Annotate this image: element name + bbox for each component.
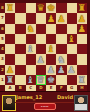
square-c8[interactable] bbox=[26, 3, 36, 13]
square-h6[interactable]: ♟ bbox=[77, 24, 87, 34]
chess-board: 8♜♛♚♜7♟♟♟6♞♟5♝4♝♝3♟♞2♟♟♟♟1♜♝♛♚♜ABCDEFGH bbox=[0, 3, 87, 91]
square-f2[interactable]: ♟ bbox=[56, 65, 66, 75]
square-b6[interactable] bbox=[15, 24, 25, 34]
square-c3[interactable] bbox=[26, 54, 36, 64]
piece-black-king-e8: ♚ bbox=[46, 3, 56, 13]
square-a2[interactable]: ♟ bbox=[5, 65, 15, 75]
piece-black-knight-c6: ♞ bbox=[26, 24, 36, 34]
square-c1[interactable]: ♝ bbox=[26, 75, 36, 85]
piece-white-pawn-f2: ♟ bbox=[56, 65, 66, 75]
square-g7[interactable] bbox=[67, 13, 77, 23]
square-f4[interactable] bbox=[56, 44, 66, 54]
square-g5[interactable]: ♝ bbox=[67, 34, 77, 44]
square-b7[interactable] bbox=[15, 13, 25, 23]
square-h5[interactable] bbox=[77, 34, 87, 44]
square-a3[interactable] bbox=[5, 54, 15, 64]
player-right-name: David bbox=[57, 95, 73, 100]
piece-black-pawn-e7: ♟ bbox=[46, 13, 56, 23]
square-h7[interactable]: ♟ bbox=[77, 13, 87, 23]
square-d5[interactable] bbox=[36, 34, 46, 44]
square-h3[interactable] bbox=[77, 54, 87, 64]
piece-white-bishop-c4: ♝ bbox=[26, 44, 36, 54]
square-e4[interactable]: ♝ bbox=[46, 44, 56, 54]
square-f7[interactable]: ♟ bbox=[56, 13, 66, 23]
status-bar: James_12 David ••••• bbox=[0, 91, 90, 112]
piece-white-pawn-g2: ♟ bbox=[67, 65, 77, 75]
piece-black-bishop-e4: ♝ bbox=[46, 44, 56, 54]
square-d6[interactable] bbox=[36, 24, 46, 34]
square-g6[interactable] bbox=[67, 24, 77, 34]
square-b5[interactable] bbox=[15, 34, 25, 44]
player-left-name: James_12 bbox=[16, 95, 42, 100]
square-h2[interactable] bbox=[77, 65, 87, 75]
action-button[interactable]: ••••• bbox=[34, 103, 56, 110]
piece-black-pawn-f7: ♟ bbox=[56, 13, 66, 23]
square-h8[interactable]: ♜ bbox=[77, 3, 87, 13]
piece-black-pawn-a2: ♟ bbox=[5, 65, 15, 75]
square-f3[interactable]: ♞ bbox=[56, 54, 66, 64]
square-e1[interactable]: ♚ bbox=[46, 75, 56, 85]
square-a5[interactable] bbox=[5, 34, 15, 44]
square-c2[interactable] bbox=[26, 65, 36, 75]
piece-black-queen-d8: ♛ bbox=[36, 3, 46, 13]
square-a4[interactable] bbox=[5, 44, 15, 54]
piece-black-rook-h8: ♜ bbox=[77, 3, 87, 13]
square-d8[interactable]: ♛ bbox=[36, 3, 46, 13]
square-e5[interactable] bbox=[46, 34, 56, 44]
piece-white-pawn-e2: ♟ bbox=[46, 65, 56, 75]
square-d2[interactable] bbox=[36, 65, 46, 75]
square-g1[interactable] bbox=[67, 75, 77, 85]
piece-black-bishop-g5: ♝ bbox=[67, 34, 77, 44]
piece-white-bishop-c1: ♝ bbox=[26, 75, 36, 85]
square-b3[interactable] bbox=[15, 54, 25, 64]
square-c4[interactable]: ♝ bbox=[26, 44, 36, 54]
square-b8[interactable] bbox=[15, 3, 25, 13]
piece-black-pawn-h6: ♟ bbox=[77, 24, 87, 34]
chess-app-screen: 8♜♛♚♜7♟♟♟6♞♟5♝4♝♝3♟♞2♟♟♟♟1♜♝♛♚♜ABCDEFGH … bbox=[0, 0, 90, 112]
square-f6[interactable] bbox=[56, 24, 66, 34]
square-f1[interactable] bbox=[56, 75, 66, 85]
square-b2[interactable] bbox=[15, 65, 25, 75]
piece-white-rook-a1: ♜ bbox=[5, 75, 15, 85]
square-e6[interactable] bbox=[46, 24, 56, 34]
square-a7[interactable] bbox=[5, 13, 15, 23]
square-a1[interactable]: ♜ bbox=[5, 75, 15, 85]
square-c5[interactable] bbox=[26, 34, 36, 44]
square-d4[interactable] bbox=[36, 44, 46, 54]
square-d1-highlighted[interactable]: ♛ bbox=[36, 75, 46, 85]
square-d3[interactable]: ♟ bbox=[36, 54, 46, 64]
square-a6[interactable] bbox=[5, 24, 15, 34]
square-e3[interactable] bbox=[46, 54, 56, 64]
piece-white-rook-h1: ♜ bbox=[77, 75, 87, 85]
piece-black-rook-a8: ♜ bbox=[5, 3, 15, 13]
player-right-avatar bbox=[74, 95, 88, 111]
square-b1[interactable] bbox=[15, 75, 25, 85]
square-c7[interactable] bbox=[26, 13, 36, 23]
piece-white-queen-d1: ♛ bbox=[36, 75, 46, 85]
piece-black-pawn-h7: ♟ bbox=[77, 13, 87, 23]
piece-white-pawn-d3: ♟ bbox=[36, 54, 46, 64]
player-left-avatar bbox=[2, 95, 16, 111]
square-h1[interactable]: ♜ bbox=[77, 75, 87, 85]
square-a8[interactable]: ♜ bbox=[5, 3, 15, 13]
square-e8[interactable]: ♚ bbox=[46, 3, 56, 13]
square-d7[interactable] bbox=[36, 13, 46, 23]
square-g4[interactable] bbox=[67, 44, 77, 54]
square-g2[interactable]: ♟ bbox=[67, 65, 77, 75]
square-g3[interactable] bbox=[67, 54, 77, 64]
square-c6[interactable]: ♞ bbox=[26, 24, 36, 34]
square-f8[interactable] bbox=[56, 3, 66, 13]
square-e2[interactable]: ♟ bbox=[46, 65, 56, 75]
piece-white-knight-f3: ♞ bbox=[56, 54, 66, 64]
square-h4[interactable] bbox=[77, 44, 87, 54]
square-b4[interactable] bbox=[15, 44, 25, 54]
square-f5[interactable] bbox=[56, 34, 66, 44]
square-g8[interactable] bbox=[67, 3, 77, 13]
square-e7[interactable]: ♟ bbox=[46, 13, 56, 23]
piece-white-king-e1: ♚ bbox=[46, 75, 56, 85]
